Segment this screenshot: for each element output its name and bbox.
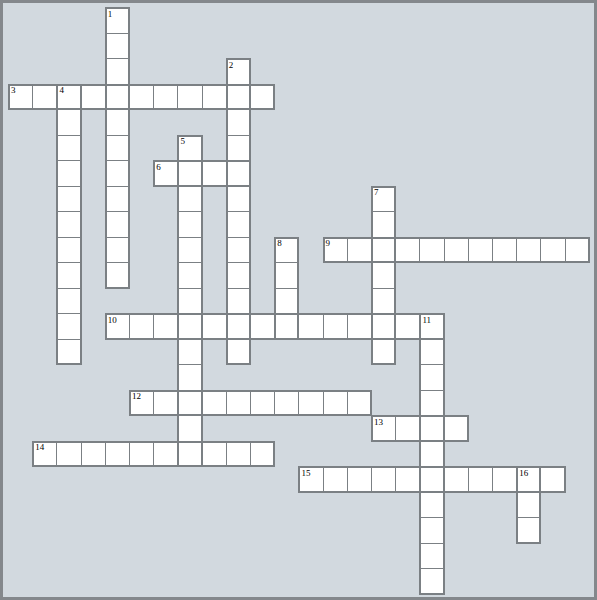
grid-cell[interactable] [226,211,251,238]
grid-cell[interactable] [129,84,154,111]
grid-cell[interactable] [105,58,130,85]
grid-cell[interactable]: 14 [32,441,57,468]
grid-cell[interactable] [177,211,202,238]
grid-cell[interactable] [274,288,299,315]
grid-cell[interactable] [274,390,299,417]
grid-cell[interactable] [202,84,227,111]
grid-cell[interactable] [468,466,493,493]
grid-cell[interactable] [492,466,517,493]
grid-cell[interactable] [419,339,444,366]
grid-cell[interactable] [81,84,106,111]
grid-cell[interactable] [419,441,444,468]
grid-cell[interactable] [81,441,106,468]
clue-number: 6 [156,162,161,172]
clue-number: 3 [11,85,16,95]
grid-cell[interactable] [56,109,81,136]
grid-cell[interactable] [371,339,396,366]
clue-number: 15 [301,468,310,478]
clue-number: 13 [374,417,383,427]
grid-cell[interactable] [226,109,251,136]
grid-cell[interactable] [395,466,420,493]
grid-cell[interactable] [274,262,299,289]
grid-cell[interactable] [226,84,251,111]
grid-cell[interactable]: 1 [105,7,130,34]
grid-cell[interactable] [177,288,202,315]
grid-cell[interactable] [419,568,444,595]
clue-number: 12 [132,391,141,401]
grid-cell[interactable] [56,186,81,213]
grid-cell[interactable]: 11 [419,313,444,340]
grid-cell[interactable] [444,415,469,442]
grid-cell[interactable] [419,517,444,544]
clue-number: 8 [277,238,282,248]
grid-cell[interactable] [105,33,130,60]
grid-cell[interactable] [371,313,396,340]
grid-cell[interactable] [371,288,396,315]
grid-cell[interactable]: 8 [274,237,299,264]
grid-cell[interactable] [105,211,130,238]
grid-cell[interactable] [177,160,202,187]
grid-cell[interactable] [105,160,130,187]
grid-cell[interactable] [153,441,178,468]
grid-cell[interactable] [347,466,372,493]
grid-cell[interactable] [540,466,565,493]
grid-cell[interactable] [153,390,178,417]
grid-cell[interactable] [419,492,444,519]
grid-cell[interactable] [32,84,57,111]
grid-cell[interactable] [323,390,348,417]
grid-cell[interactable] [177,186,202,213]
grid-cell[interactable] [516,492,541,519]
grid-cell[interactable] [105,186,130,213]
grid-cell[interactable] [202,160,227,187]
grid-cell[interactable] [226,339,251,366]
grid-cell[interactable] [395,415,420,442]
grid-cell[interactable]: 7 [371,186,396,213]
grid-cell[interactable] [56,135,81,162]
clue-number: 7 [374,187,379,197]
grid-cell[interactable]: 6 [153,160,178,187]
grid-cell[interactable]: 2 [226,58,251,85]
grid-cell[interactable] [56,441,81,468]
grid-cell[interactable] [323,313,348,340]
grid-cell[interactable] [444,237,469,264]
grid-cell[interactable] [395,237,420,264]
grid-cell[interactable] [56,313,81,340]
grid-cell[interactable] [516,517,541,544]
grid-cell[interactable] [419,390,444,417]
grid-cell[interactable] [347,313,372,340]
grid-cell[interactable] [105,109,130,136]
grid-cell[interactable] [226,237,251,264]
grid-cell[interactable]: 16 [516,466,541,493]
grid-cell[interactable] [177,262,202,289]
clue-number: 14 [35,442,44,452]
grid-cell[interactable] [565,237,590,264]
grid-cell[interactable] [468,237,493,264]
grid-cell[interactable] [177,84,202,111]
grid-cell[interactable] [105,237,130,264]
grid-cell[interactable] [177,415,202,442]
grid-cell[interactable] [56,262,81,289]
grid-cell[interactable] [202,441,227,468]
grid-cell[interactable] [202,313,227,340]
grid-cell[interactable] [274,313,299,340]
grid-cell[interactable] [395,313,420,340]
grid-cell[interactable] [323,466,348,493]
grid-cell[interactable] [177,441,202,468]
grid-cell[interactable] [347,237,372,264]
clue-number: 10 [108,315,117,325]
grid-cell[interactable] [226,135,251,162]
grid-cell[interactable] [298,390,323,417]
grid-cell[interactable] [56,339,81,366]
grid-cell[interactable]: 3 [8,84,33,111]
grid-cell[interactable] [177,339,202,366]
clue-number: 1 [108,9,113,19]
crossword-board: 12345678910111213141516 [0,0,597,600]
grid-cell[interactable] [177,390,202,417]
grid-cell[interactable] [105,262,130,289]
grid-cell[interactable]: 4 [56,84,81,111]
grid-cell[interactable] [540,237,565,264]
grid-cell[interactable] [226,390,251,417]
grid-cell[interactable] [492,237,517,264]
grid-cell[interactable] [516,237,541,264]
grid-cell[interactable] [298,313,323,340]
grid-cell[interactable]: 13 [371,415,396,442]
clue-number: 16 [519,468,528,478]
grid-cell[interactable] [177,237,202,264]
grid-cell[interactable]: 9 [323,237,348,264]
grid-cell[interactable] [56,211,81,238]
grid-cell[interactable] [202,390,227,417]
grid-cell[interactable] [371,237,396,264]
grid-cell[interactable] [177,364,202,391]
grid-cell[interactable] [56,237,81,264]
grid-cell[interactable]: 12 [129,390,154,417]
grid-cell[interactable] [226,160,251,187]
grid-cell[interactable] [419,466,444,493]
grid-cell[interactable] [129,313,154,340]
grid-cell[interactable] [419,543,444,570]
clue-number: 11 [422,315,431,325]
grid-cell[interactable] [105,441,130,468]
grid-cell[interactable] [129,441,154,468]
grid-cell[interactable] [250,313,275,340]
grid-cell[interactable] [153,84,178,111]
grid-cell[interactable] [177,313,202,340]
grid-cell[interactable] [226,186,251,213]
grid-cell[interactable] [56,288,81,315]
grid-cell[interactable] [371,262,396,289]
grid-cell[interactable]: 5 [177,135,202,162]
clue-number: 4 [59,85,64,95]
grid-cell[interactable] [371,466,396,493]
grid-cell[interactable] [226,288,251,315]
grid-cell[interactable] [105,135,130,162]
grid-cell[interactable] [371,211,396,238]
grid-cell[interactable] [226,441,251,468]
grid-cell[interactable] [444,466,469,493]
grid-cell[interactable] [419,364,444,391]
grid-cell[interactable] [105,84,130,111]
grid-cell[interactable] [419,415,444,442]
clue-number: 2 [229,60,234,70]
grid-cell[interactable]: 15 [298,466,323,493]
grid-cell[interactable] [226,262,251,289]
grid-cell[interactable] [250,390,275,417]
grid-cell[interactable] [250,84,275,111]
grid-cell[interactable]: 10 [105,313,130,340]
clue-number: 5 [180,136,185,146]
grid-cell[interactable] [250,441,275,468]
clue-number: 9 [326,238,331,248]
grid-cell[interactable] [56,160,81,187]
grid-cell[interactable] [153,313,178,340]
grid-cell[interactable] [347,390,372,417]
grid-cell[interactable] [226,313,251,340]
grid-cell[interactable] [419,237,444,264]
